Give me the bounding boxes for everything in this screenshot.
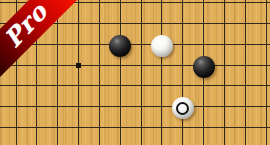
black-stone	[193, 56, 215, 78]
white-stone	[172, 97, 194, 119]
black-stone	[109, 35, 131, 57]
white-stone	[151, 35, 173, 57]
go-board: Pro	[0, 0, 270, 145]
last-move-marker	[176, 102, 189, 115]
